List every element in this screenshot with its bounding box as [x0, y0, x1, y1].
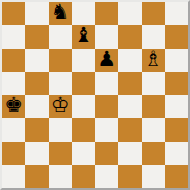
square-b4[interactable]: [25, 95, 48, 118]
square-f2[interactable]: [118, 142, 141, 165]
square-a7[interactable]: [2, 25, 25, 48]
chess-board-frame: ♞♝♟♗♚♔: [0, 0, 190, 190]
square-f6[interactable]: [118, 49, 141, 72]
square-b8[interactable]: [25, 2, 48, 25]
square-f8[interactable]: [118, 2, 141, 25]
square-h1[interactable]: [165, 165, 188, 188]
square-f3[interactable]: [118, 118, 141, 141]
piece-white-king[interactable]: ♔: [51, 95, 70, 116]
square-b6[interactable]: [25, 49, 48, 72]
square-d2[interactable]: [72, 142, 95, 165]
square-h6[interactable]: [165, 49, 188, 72]
chess-board: ♞♝♟♗♚♔: [2, 2, 188, 188]
square-a3[interactable]: [2, 118, 25, 141]
square-e8[interactable]: [95, 2, 118, 25]
square-b5[interactable]: [25, 72, 48, 95]
square-g5[interactable]: [142, 72, 165, 95]
square-c5[interactable]: [49, 72, 72, 95]
square-f4[interactable]: [118, 95, 141, 118]
square-a8[interactable]: [2, 2, 25, 25]
square-g1[interactable]: [142, 165, 165, 188]
square-h7[interactable]: [165, 25, 188, 48]
square-b2[interactable]: [25, 142, 48, 165]
square-d7[interactable]: ♝: [72, 25, 95, 48]
square-c8[interactable]: ♞: [49, 2, 72, 25]
square-h3[interactable]: [165, 118, 188, 141]
square-c4[interactable]: ♔: [49, 95, 72, 118]
square-e2[interactable]: [95, 142, 118, 165]
square-h8[interactable]: [165, 2, 188, 25]
square-c6[interactable]: [49, 49, 72, 72]
square-a1[interactable]: [2, 165, 25, 188]
square-b7[interactable]: [25, 25, 48, 48]
square-e6[interactable]: ♟: [95, 49, 118, 72]
square-c1[interactable]: [49, 165, 72, 188]
square-e7[interactable]: [95, 25, 118, 48]
square-c3[interactable]: [49, 118, 72, 141]
square-c2[interactable]: [49, 142, 72, 165]
piece-black-knight[interactable]: ♞: [51, 2, 70, 23]
square-f7[interactable]: [118, 25, 141, 48]
square-a2[interactable]: [2, 142, 25, 165]
square-h4[interactable]: [165, 95, 188, 118]
square-e1[interactable]: [95, 165, 118, 188]
square-e5[interactable]: [95, 72, 118, 95]
piece-black-pawn[interactable]: ♟: [97, 49, 116, 70]
square-g6[interactable]: ♗: [142, 49, 165, 72]
square-g7[interactable]: [142, 25, 165, 48]
square-d4[interactable]: [72, 95, 95, 118]
square-b1[interactable]: [25, 165, 48, 188]
piece-black-king[interactable]: ♚: [4, 95, 23, 116]
square-b3[interactable]: [25, 118, 48, 141]
square-f5[interactable]: [118, 72, 141, 95]
square-d8[interactable]: [72, 2, 95, 25]
square-d1[interactable]: [72, 165, 95, 188]
square-g4[interactable]: [142, 95, 165, 118]
square-f1[interactable]: [118, 165, 141, 188]
piece-black-bishop[interactable]: ♝: [74, 25, 93, 46]
square-g2[interactable]: [142, 142, 165, 165]
square-a4[interactable]: ♚: [2, 95, 25, 118]
square-d3[interactable]: [72, 118, 95, 141]
square-g3[interactable]: [142, 118, 165, 141]
square-h2[interactable]: [165, 142, 188, 165]
piece-white-bishop[interactable]: ♗: [144, 49, 163, 70]
square-e4[interactable]: [95, 95, 118, 118]
square-e3[interactable]: [95, 118, 118, 141]
square-a6[interactable]: [2, 49, 25, 72]
square-c7[interactable]: [49, 25, 72, 48]
square-a5[interactable]: [2, 72, 25, 95]
square-d6[interactable]: [72, 49, 95, 72]
square-h5[interactable]: [165, 72, 188, 95]
square-d5[interactable]: [72, 72, 95, 95]
square-g8[interactable]: [142, 2, 165, 25]
